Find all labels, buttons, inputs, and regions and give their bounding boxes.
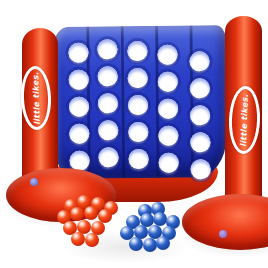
blue-ball[interactable] [143, 238, 157, 252]
hole [99, 147, 119, 167]
board-cell-r3c1[interactable] [94, 117, 124, 144]
hole [190, 52, 210, 72]
left-base-valve-icon [30, 178, 38, 186]
board-cell-r3c3[interactable] [153, 122, 183, 149]
board-cell-r2c0[interactable] [64, 93, 94, 120]
hole [128, 95, 148, 115]
hole [68, 43, 88, 63]
board-cell-r3c0[interactable] [64, 120, 94, 147]
board-cell-r2c1[interactable] [93, 90, 123, 117]
hole [190, 105, 210, 125]
board-cell-r4c1[interactable] [94, 143, 124, 170]
blue-ball[interactable] [156, 236, 170, 250]
board-cell-r4c3[interactable] [153, 149, 183, 176]
board-cell-r1c2[interactable] [123, 65, 153, 92]
board-cell-r1c0[interactable] [64, 66, 94, 93]
hole [69, 97, 89, 117]
hole [157, 45, 177, 65]
hole [69, 150, 89, 170]
board-cell-r4c4[interactable] [186, 155, 216, 182]
board-grid [63, 37, 212, 173]
hole [127, 41, 147, 61]
board-cell-r2c3[interactable] [153, 95, 183, 122]
hole [157, 72, 177, 92]
red-ball[interactable] [70, 207, 84, 221]
right-base-valve-icon [219, 230, 227, 238]
hole [68, 70, 88, 90]
left-logo-text: little tikes. [31, 71, 42, 124]
red-ball[interactable] [85, 233, 99, 247]
hole [98, 66, 118, 86]
board-cell-r1c1[interactable] [93, 63, 123, 90]
hole [128, 122, 148, 142]
board-cell-r3c4[interactable] [186, 129, 216, 156]
board-cell-r4c2[interactable] [124, 145, 154, 172]
board-cell-r1c4[interactable] [185, 75, 215, 102]
hole [191, 132, 211, 152]
board-cell-r0c2[interactable] [123, 38, 153, 65]
hole [69, 123, 89, 143]
red-ball[interactable] [84, 206, 98, 220]
board-cell-r1c3[interactable] [152, 68, 182, 95]
red-ball[interactable] [71, 232, 85, 246]
right-logo-text: little tikes. [239, 93, 250, 146]
hole [128, 148, 148, 168]
hole [191, 159, 211, 179]
hole [190, 78, 210, 98]
board-cell-r2c2[interactable] [123, 91, 153, 118]
board-cell-r2c4[interactable] [185, 102, 215, 129]
hole [98, 40, 118, 60]
hole [158, 152, 178, 172]
board-panel [53, 25, 227, 179]
board-cell-r0c4[interactable] [185, 48, 215, 75]
board-cell-r0c0[interactable] [63, 39, 93, 66]
hole [99, 120, 119, 140]
board-cell-r0c1[interactable] [93, 36, 123, 63]
blue-ball[interactable] [129, 237, 143, 251]
board-cell-r3c2[interactable] [123, 118, 153, 145]
blue-ball[interactable] [153, 212, 167, 226]
hole [98, 93, 118, 113]
board-cell-r0c3[interactable] [152, 42, 182, 69]
hole [158, 125, 178, 145]
product-photo-scene: little tikes. little tikes. [0, 0, 268, 268]
hole [158, 99, 178, 119]
hole [128, 68, 148, 88]
